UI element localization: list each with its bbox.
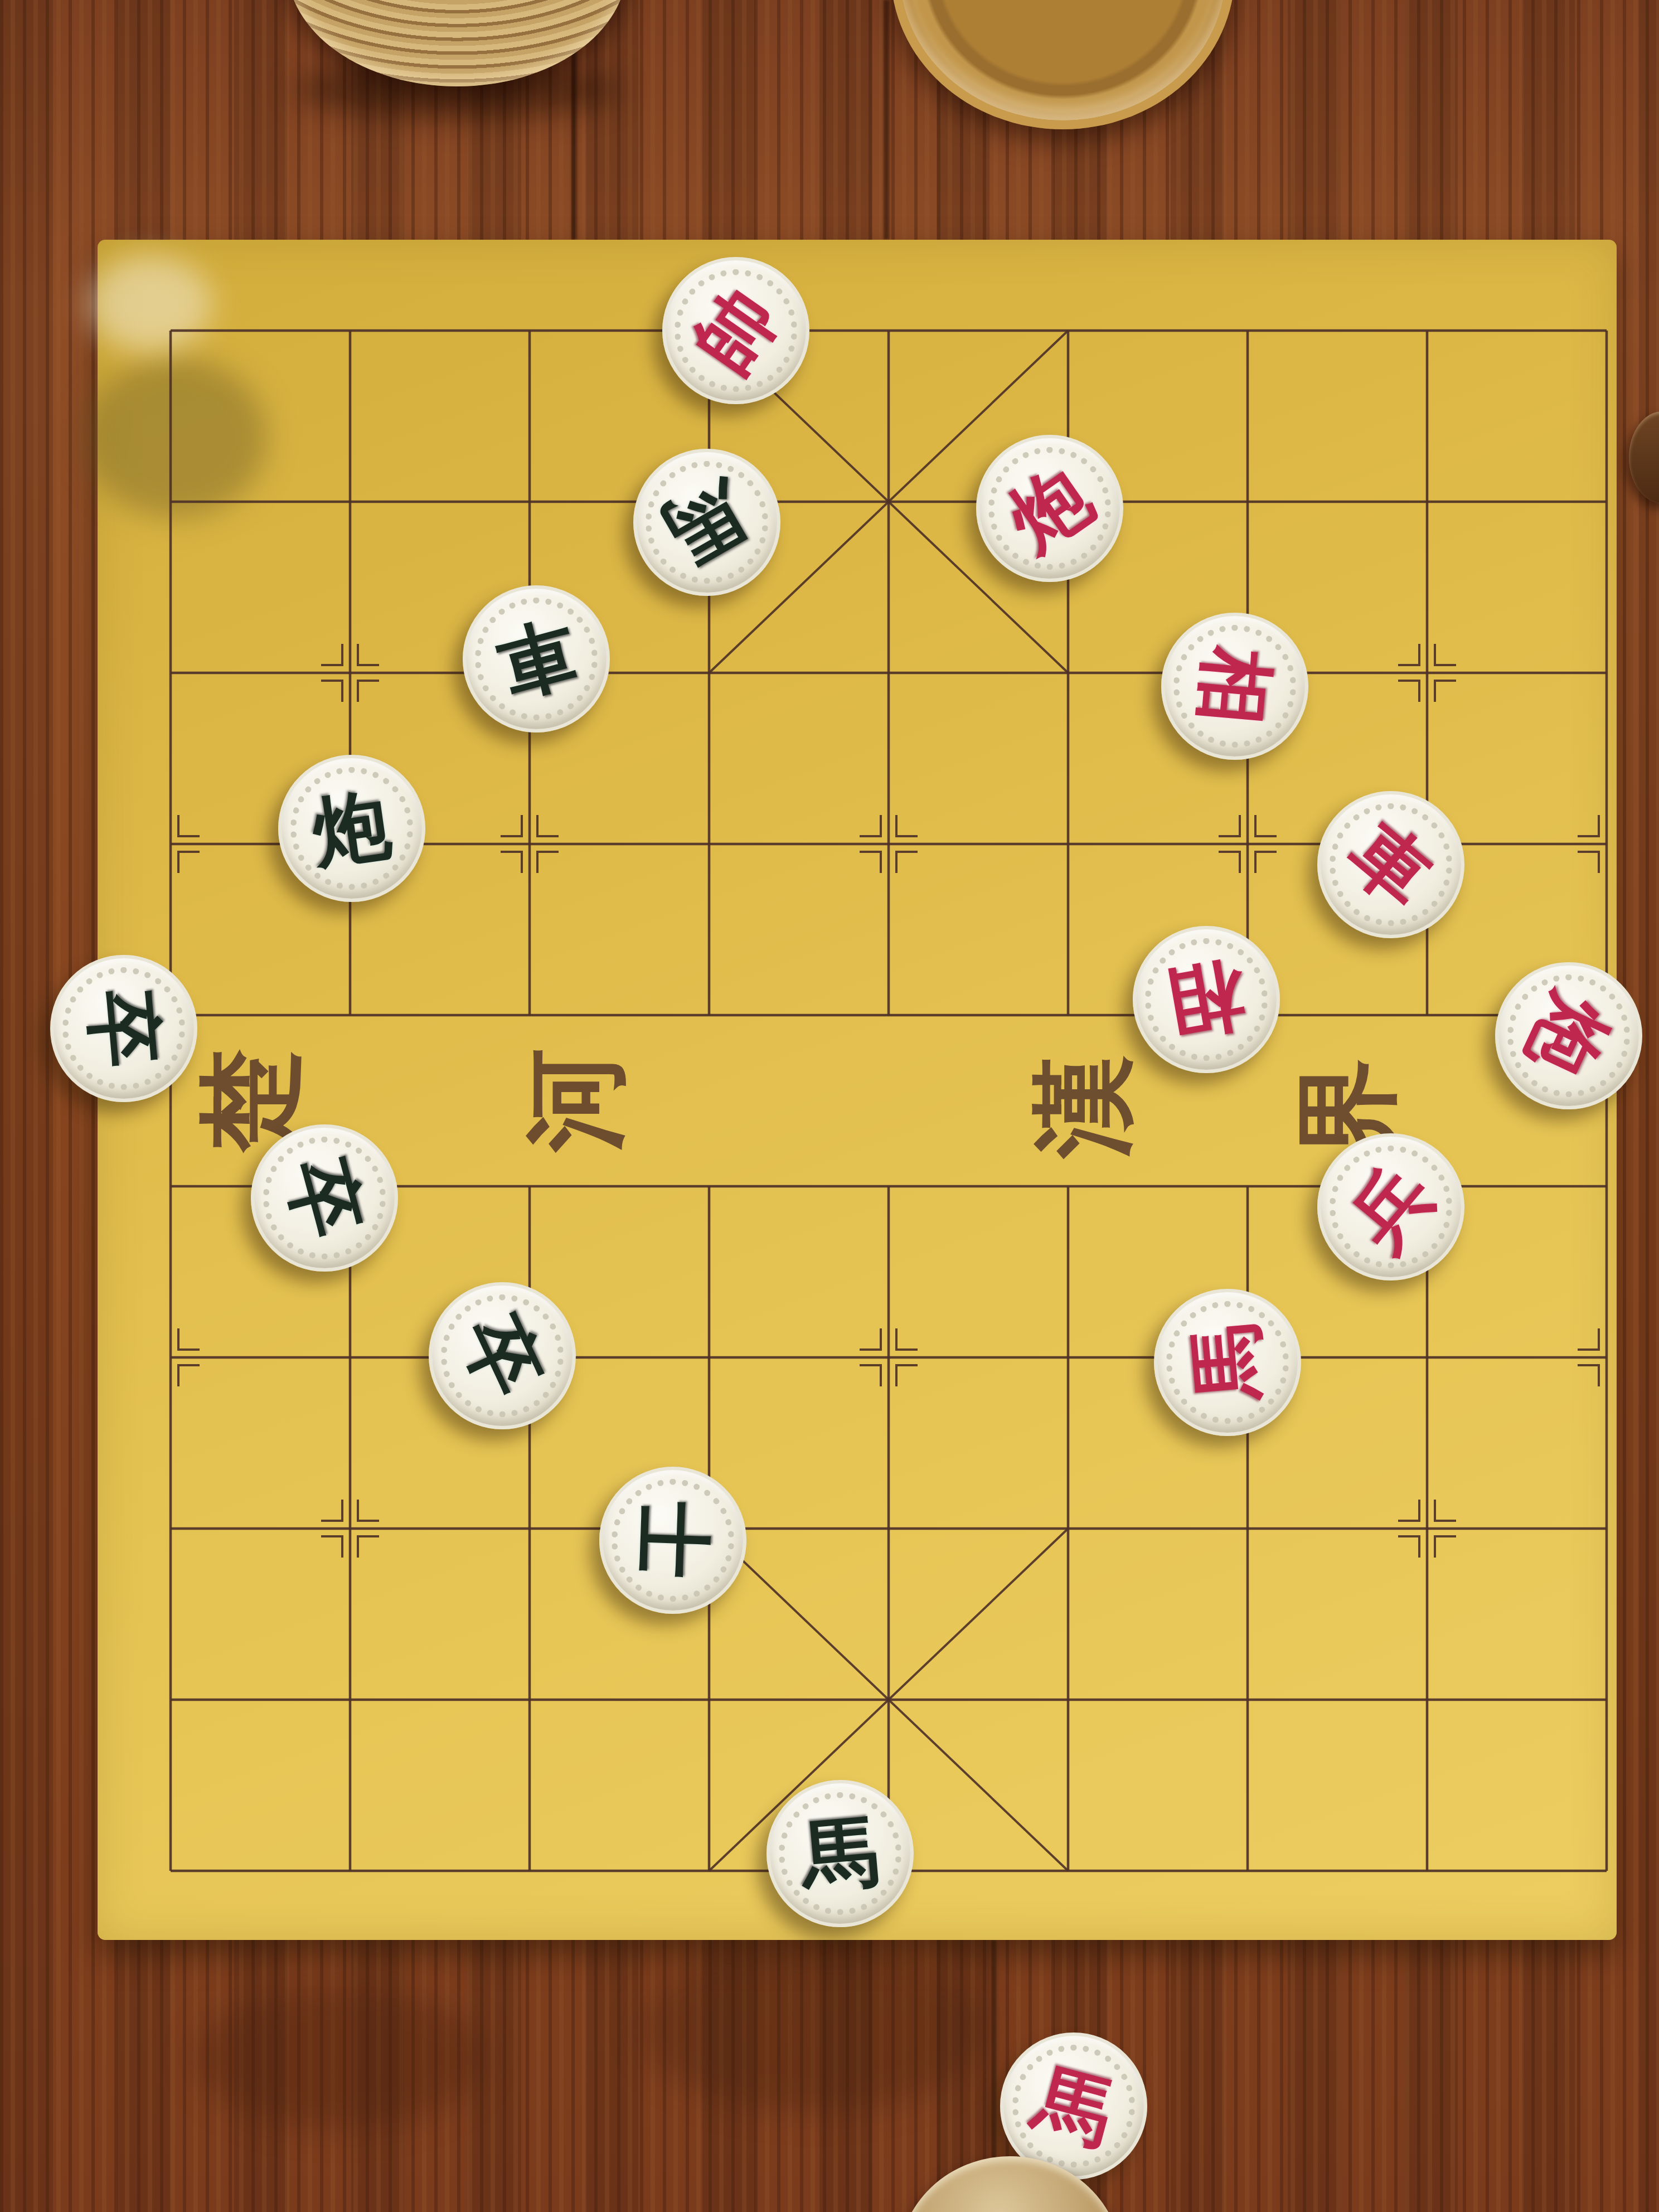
piece-black-advisor[interactable]: 士 xyxy=(599,1467,746,1614)
piece-black-horse[interactable]: 馬 xyxy=(633,449,780,596)
piece-character: 炮 xyxy=(1517,984,1619,1086)
piece-character: 馬 xyxy=(1026,2059,1120,2153)
piece-black-horse[interactable]: 馬 xyxy=(767,1780,914,1927)
piece-red-horse[interactable]: 馬 xyxy=(1154,1289,1301,1436)
piece-character: 相 xyxy=(1162,955,1251,1044)
piece-character: 卒 xyxy=(278,1151,372,1245)
piece-character: 卒 xyxy=(82,987,166,1071)
piece-black-cannon[interactable]: 炮 xyxy=(278,755,425,902)
piece-red-cannon[interactable]: 炮 xyxy=(976,435,1123,582)
piece-character: 卒 xyxy=(452,1304,554,1406)
piece-character: 馬 xyxy=(798,1812,882,1895)
piece-character: 炮 xyxy=(308,785,395,872)
piece-character: 兵 xyxy=(1337,1152,1445,1260)
table-scene: 楚 河 漢 界 帥炮相車相炮兵馬馬車炮卒卒卒士馬馬 xyxy=(0,0,1659,2212)
piece-character: 士 xyxy=(633,1501,713,1580)
piece-red-elephant[interactable]: 相 xyxy=(1133,926,1280,1073)
piece-character: 馬 xyxy=(1186,1321,1269,1404)
piece-red-soldier[interactable]: 兵 xyxy=(1317,1133,1464,1280)
piece-black-soldier[interactable]: 卒 xyxy=(50,955,197,1102)
piece-character: 馬 xyxy=(654,469,760,575)
piece-black-soldier[interactable]: 卒 xyxy=(251,1124,398,1272)
piece-red-cannon[interactable]: 炮 xyxy=(1495,962,1642,1109)
piece-red-chariot[interactable]: 車 xyxy=(1317,791,1464,938)
piece-red-general[interactable]: 帥 xyxy=(662,257,809,404)
piece-character: 車 xyxy=(489,612,584,706)
piece-red-elephant[interactable]: 相 xyxy=(1161,613,1308,760)
piece-character: 帥 xyxy=(682,277,789,384)
piece-black-chariot[interactable]: 車 xyxy=(463,585,610,733)
piece-character: 車 xyxy=(1337,810,1445,918)
piece-black-soldier[interactable]: 卒 xyxy=(429,1282,576,1429)
piece-character: 相 xyxy=(1193,645,1277,729)
river-char-han: 漢 xyxy=(1015,1055,1154,1158)
river-char-he: 河 xyxy=(507,1049,647,1152)
piece-character: 炮 xyxy=(996,455,1103,562)
